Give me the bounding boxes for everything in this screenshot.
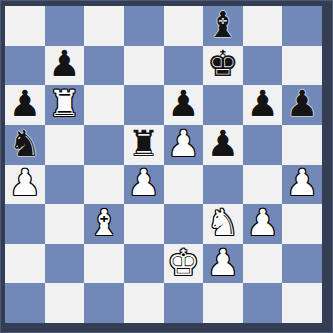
white-bishop-piece[interactable]: ♝: [88, 205, 120, 241]
square-a1[interactable]: [5, 283, 45, 323]
square-b3[interactable]: [45, 204, 85, 244]
square-e6[interactable]: ♟: [164, 85, 204, 125]
square-f4[interactable]: [203, 165, 243, 205]
black-rook-piece[interactable]: ♜: [128, 126, 160, 162]
black-pawn-piece[interactable]: ♟: [207, 126, 239, 162]
white-pawn-piece[interactable]: ♟: [207, 245, 239, 281]
white-pawn-piece[interactable]: ♟: [286, 165, 318, 201]
square-e1[interactable]: [164, 283, 204, 323]
square-d4[interactable]: ♟: [124, 165, 164, 205]
white-pawn-piece[interactable]: ♟: [167, 126, 199, 162]
white-pawn-piece[interactable]: ♟: [246, 205, 278, 241]
square-a3[interactable]: [5, 204, 45, 244]
square-e7[interactable]: [164, 46, 204, 86]
square-c7[interactable]: [84, 46, 124, 86]
square-e4[interactable]: [164, 165, 204, 205]
square-b7[interactable]: ♟: [45, 46, 85, 86]
square-e2[interactable]: ♚: [164, 244, 204, 284]
square-d6[interactable]: [124, 85, 164, 125]
square-d5[interactable]: ♜: [124, 125, 164, 165]
square-a5[interactable]: ♞: [5, 125, 45, 165]
square-g8[interactable]: [243, 6, 283, 46]
square-a8[interactable]: [5, 6, 45, 46]
square-b5[interactable]: [45, 125, 85, 165]
square-c1[interactable]: [84, 283, 124, 323]
square-a4[interactable]: ♟: [5, 165, 45, 205]
square-h3[interactable]: [282, 204, 322, 244]
square-f1[interactable]: [203, 283, 243, 323]
square-h4[interactable]: ♟: [282, 165, 322, 205]
square-c5[interactable]: [84, 125, 124, 165]
square-f7[interactable]: ♚: [203, 46, 243, 86]
white-knight-piece[interactable]: ♞: [207, 205, 239, 241]
square-g7[interactable]: [243, 46, 283, 86]
black-bishop-piece[interactable]: ♝: [207, 7, 239, 43]
square-c6[interactable]: [84, 85, 124, 125]
square-g3[interactable]: ♟: [243, 204, 283, 244]
square-h7[interactable]: [282, 46, 322, 86]
black-knight-piece[interactable]: ♞: [9, 126, 41, 162]
square-h6[interactable]: ♟: [282, 85, 322, 125]
white-king-piece[interactable]: ♚: [167, 245, 199, 281]
square-d1[interactable]: [124, 283, 164, 323]
square-d3[interactable]: [124, 204, 164, 244]
square-e5[interactable]: ♟: [164, 125, 204, 165]
square-b4[interactable]: [45, 165, 85, 205]
square-f3[interactable]: ♞: [203, 204, 243, 244]
square-c4[interactable]: [84, 165, 124, 205]
square-b8[interactable]: [45, 6, 85, 46]
square-c3[interactable]: ♝: [84, 204, 124, 244]
square-h1[interactable]: [282, 283, 322, 323]
square-a6[interactable]: ♟: [5, 85, 45, 125]
square-b6[interactable]: ♜: [45, 85, 85, 125]
board-frame: ♝♟♚♟♜♟♟♟♞♜♟♟♟♟♟♝♞♟♚♟: [0, 0, 333, 333]
white-pawn-piece[interactable]: ♟: [9, 165, 41, 201]
square-g6[interactable]: ♟: [243, 85, 283, 125]
square-d2[interactable]: [124, 244, 164, 284]
square-g4[interactable]: [243, 165, 283, 205]
square-c8[interactable]: [84, 6, 124, 46]
square-b1[interactable]: [45, 283, 85, 323]
white-rook-piece[interactable]: ♜: [48, 86, 80, 122]
chess-board[interactable]: ♝♟♚♟♜♟♟♟♞♜♟♟♟♟♟♝♞♟♚♟: [5, 6, 322, 323]
square-f2[interactable]: ♟: [203, 244, 243, 284]
black-pawn-piece[interactable]: ♟: [48, 46, 80, 82]
square-f6[interactable]: [203, 85, 243, 125]
square-d7[interactable]: [124, 46, 164, 86]
square-e8[interactable]: [164, 6, 204, 46]
square-c2[interactable]: [84, 244, 124, 284]
square-e3[interactable]: [164, 204, 204, 244]
square-a7[interactable]: [5, 46, 45, 86]
white-pawn-piece[interactable]: ♟: [128, 165, 160, 201]
black-king-piece[interactable]: ♚: [207, 46, 239, 82]
square-h8[interactable]: [282, 6, 322, 46]
square-f5[interactable]: ♟: [203, 125, 243, 165]
square-h2[interactable]: [282, 244, 322, 284]
black-pawn-piece[interactable]: ♟: [246, 86, 278, 122]
screenshot-root: ♝♟♚♟♜♟♟♟♞♜♟♟♟♟♟♝♞♟♚♟: [0, 0, 333, 333]
square-b2[interactable]: [45, 244, 85, 284]
square-a2[interactable]: [5, 244, 45, 284]
black-pawn-piece[interactable]: ♟: [286, 86, 318, 122]
square-g2[interactable]: [243, 244, 283, 284]
square-g1[interactable]: [243, 283, 283, 323]
square-d8[interactable]: [124, 6, 164, 46]
black-pawn-piece[interactable]: ♟: [9, 86, 41, 122]
square-h5[interactable]: [282, 125, 322, 165]
square-f8[interactable]: ♝: [203, 6, 243, 46]
black-pawn-piece[interactable]: ♟: [167, 86, 199, 122]
square-g5[interactable]: [243, 125, 283, 165]
